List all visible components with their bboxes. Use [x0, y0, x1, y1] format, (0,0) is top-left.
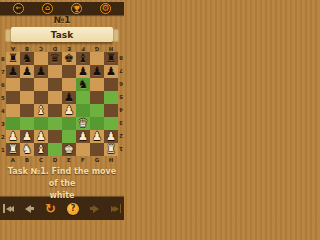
gear-icon: ⚙: [101, 4, 109, 13]
square-e8[interactable]: ♚: [62, 52, 76, 65]
restart-button[interactable]: ↻: [45, 202, 56, 215]
square-g8[interactable]: [90, 52, 104, 65]
square-g3[interactable]: [90, 117, 104, 130]
white-queen: ♛: [78, 118, 88, 130]
square-e1[interactable]: ♚: [62, 143, 76, 156]
square-f2[interactable]: ♟: [76, 130, 90, 143]
white-king: ♚: [64, 144, 74, 156]
square-h8[interactable]: ♜: [104, 52, 118, 65]
square-g5[interactable]: [90, 91, 104, 104]
file-label-f-top: F: [76, 46, 90, 52]
black-pawn: ♟: [22, 66, 32, 78]
file-label-d-top: D: [48, 46, 62, 52]
file-label-f-bottom: F: [76, 156, 90, 164]
white-pawn: ♟: [36, 131, 46, 143]
black-knight: ♞: [78, 79, 88, 91]
rank-label-1-right: 1: [118, 143, 124, 156]
white-pawn: ♟: [78, 131, 88, 143]
trophy-button[interactable]: [71, 3, 82, 14]
file-label-a-bottom: A: [6, 156, 20, 164]
black-rook: ♜: [8, 53, 18, 65]
file-label-h-top: H: [104, 46, 118, 52]
board-corner: [118, 156, 124, 164]
square-g1[interactable]: [90, 143, 104, 156]
square-e3[interactable]: [62, 117, 76, 130]
rank-label-3-right: 3: [118, 117, 124, 130]
file-label-e-bottom: E: [62, 156, 76, 164]
square-h3[interactable]: [104, 117, 118, 130]
square-c1[interactable]: ♝: [34, 143, 48, 156]
square-d3[interactable]: [48, 117, 62, 130]
file-label-g-top: G: [90, 46, 104, 52]
square-c5[interactable]: [34, 91, 48, 104]
square-d7[interactable]: [48, 65, 62, 78]
square-d8[interactable]: ♛: [48, 52, 62, 65]
square-b6[interactable]: [20, 78, 34, 91]
square-b8[interactable]: ♞: [20, 52, 34, 65]
last-bar-icon: [120, 204, 122, 213]
square-d1[interactable]: [48, 143, 62, 156]
black-rook: ♜: [106, 53, 116, 65]
square-e7[interactable]: [62, 65, 76, 78]
first-task-button[interactable]: [3, 204, 14, 213]
back-button[interactable]: ←: [13, 3, 24, 14]
square-b5[interactable]: [20, 91, 34, 104]
last-task-button[interactable]: [111, 204, 122, 213]
home-button[interactable]: ⌂: [42, 3, 53, 14]
task-banner: Task: [0, 26, 124, 46]
square-h1[interactable]: ♜: [104, 143, 118, 156]
square-c2[interactable]: ♟: [34, 130, 48, 143]
file-label-h-bottom: H: [104, 156, 118, 164]
trophy-icon: [73, 5, 81, 13]
square-a8[interactable]: ♜: [6, 52, 20, 65]
file-label-e-top: E: [62, 46, 76, 52]
black-pawn: ♟: [92, 66, 102, 78]
black-bishop: ♝: [78, 53, 88, 65]
white-bishop: ♝: [36, 144, 46, 156]
square-c6[interactable]: [34, 78, 48, 91]
black-pawn: ♟: [64, 92, 74, 104]
square-h4[interactable]: [104, 104, 118, 117]
square-a7[interactable]: ♟: [6, 65, 20, 78]
square-b3[interactable]: [20, 117, 34, 130]
white-bishop: ♝: [36, 105, 46, 117]
previous-task-button[interactable]: [25, 205, 34, 213]
file-label-a-top: A: [6, 46, 20, 52]
banner-label: Task: [11, 27, 113, 42]
white-knight: ♞: [22, 144, 32, 156]
top-toolbar: ← ⌂ ⚙: [0, 2, 124, 15]
square-d4[interactable]: [48, 104, 62, 117]
square-h2[interactable]: ♟: [104, 130, 118, 143]
home-icon: ⌂: [45, 5, 50, 12]
square-g2[interactable]: ♟: [90, 130, 104, 143]
square-f6[interactable]: ♞: [76, 78, 90, 91]
square-b7[interactable]: ♟: [20, 65, 34, 78]
settings-button[interactable]: ⚙: [100, 3, 111, 14]
task-number-title: №1: [0, 15, 124, 26]
task-caption-line1: Task №1. Find the move of the: [2, 166, 122, 190]
square-d2[interactable]: [48, 130, 62, 143]
rank-label-6-right: 6: [118, 78, 124, 91]
square-a2[interactable]: ♟: [6, 130, 20, 143]
file-label-c-bottom: C: [34, 156, 48, 164]
white-rook: ♜: [106, 144, 116, 156]
square-h6[interactable]: [104, 78, 118, 91]
square-d6[interactable]: [48, 78, 62, 91]
square-c7[interactable]: ♟: [34, 65, 48, 78]
square-h7[interactable]: ♟: [104, 65, 118, 78]
rank-label-2-right: 2: [118, 130, 124, 143]
file-label-b-bottom: B: [20, 156, 34, 164]
square-c8[interactable]: [34, 52, 48, 65]
file-label-c-top: C: [34, 46, 48, 52]
square-b1[interactable]: ♞: [20, 143, 34, 156]
next-arrow-icon: [93, 205, 99, 213]
white-pawn: ♟: [92, 131, 102, 143]
square-g7[interactable]: ♟: [90, 65, 104, 78]
back-arrow-icon: ←: [16, 5, 22, 12]
square-c3[interactable]: [34, 117, 48, 130]
square-a1[interactable]: ♜: [6, 143, 20, 156]
square-f4[interactable]: [76, 104, 90, 117]
first-chevron-icon: [9, 206, 14, 212]
square-g4[interactable]: [90, 104, 104, 117]
last-chevron-icon: [114, 206, 119, 212]
white-pawn: ♟: [64, 105, 74, 117]
square-a4[interactable]: [6, 104, 20, 117]
black-pawn: ♟: [8, 66, 18, 78]
square-d5[interactable]: [48, 91, 62, 104]
first-bar-icon: [3, 204, 5, 213]
white-rook: ♜: [8, 144, 18, 156]
previous-arrow-tail: [31, 207, 34, 211]
square-e5[interactable]: ♟: [62, 91, 76, 104]
square-e4[interactable]: ♟: [62, 104, 76, 117]
square-f8[interactable]: ♝: [76, 52, 90, 65]
square-e2[interactable]: [62, 130, 76, 143]
file-label-b-top: B: [20, 46, 34, 52]
square-b2[interactable]: ♟: [20, 130, 34, 143]
square-e6[interactable]: [62, 78, 76, 91]
white-pawn: ♟: [106, 131, 116, 143]
square-c4[interactable]: ♝: [34, 104, 48, 117]
chess-board: ABCDEFGH8♜♞♛♚♝♜87♟♟♟♟♟♟76♞65♟54♝♟43♛32♟♟…: [0, 46, 124, 164]
question-mark-icon: ?: [67, 203, 79, 215]
square-f1[interactable]: [76, 143, 90, 156]
rank-label-5-right: 5: [118, 91, 124, 104]
square-a6[interactable]: [6, 78, 20, 91]
square-f5[interactable]: [76, 91, 90, 104]
black-knight: ♞: [22, 53, 32, 65]
rank-label-7-right: 7: [118, 65, 124, 78]
white-pawn: ♟: [8, 131, 18, 143]
square-a5[interactable]: [6, 91, 20, 104]
file-label-g-bottom: G: [90, 156, 104, 164]
square-h5[interactable]: [104, 91, 118, 104]
rank-label-8-right: 8: [118, 52, 124, 65]
black-king: ♚: [64, 53, 74, 65]
hint-button[interactable]: ?: [67, 203, 79, 215]
black-pawn: ♟: [36, 66, 46, 78]
next-task-button[interactable]: [90, 205, 99, 213]
square-a3[interactable]: [6, 117, 20, 130]
black-queen: ♛: [50, 53, 60, 65]
black-pawn: ♟: [78, 66, 88, 78]
square-g6[interactable]: [90, 78, 104, 91]
black-pawn: ♟: [106, 66, 116, 78]
white-pawn: ♟: [22, 131, 32, 143]
rank-label-4-right: 4: [118, 104, 124, 117]
square-f3[interactable]: ♛: [76, 117, 90, 130]
refresh-icon: ↻: [45, 202, 56, 215]
square-f7[interactable]: ♟: [76, 65, 90, 78]
square-b4[interactable]: [20, 104, 34, 117]
file-label-d-bottom: D: [48, 156, 62, 164]
task-caption: Task №1. Find the move of the white: [0, 164, 124, 197]
